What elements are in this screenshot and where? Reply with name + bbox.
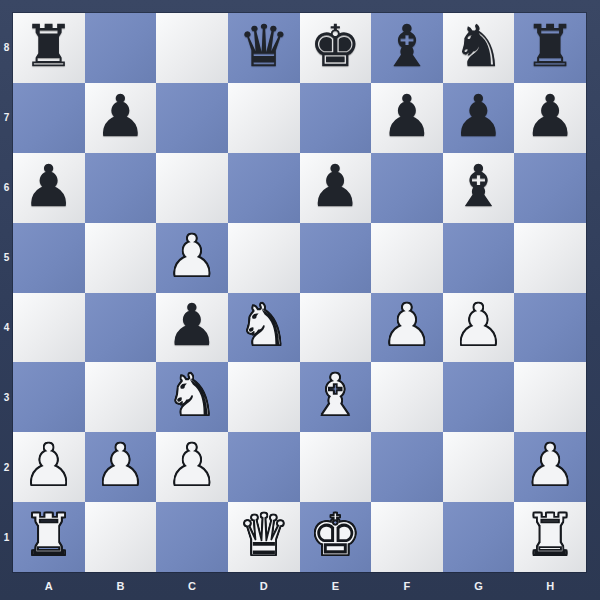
black-rook[interactable]: ♜ <box>524 17 576 75</box>
square-e2[interactable] <box>300 432 372 502</box>
black-pawn[interactable]: ♟ <box>94 87 146 145</box>
white-bishop[interactable]: ♝ <box>309 366 361 424</box>
square-a5[interactable] <box>13 223 85 293</box>
chess-board-frame: 87654321 ♜♛♚♝♞♜♟♟♟♟♟♟♝♟♟♞♟♟♞♝♟♟♟♟♜♛♚♜ AB… <box>0 0 600 600</box>
file-label-g: G <box>443 572 515 600</box>
white-rook[interactable]: ♜ <box>524 506 576 564</box>
file-labels: ABCDEFGH <box>13 572 586 600</box>
square-c3[interactable]: ♞ <box>156 362 228 432</box>
black-pawn[interactable]: ♟ <box>524 87 576 145</box>
square-d1[interactable]: ♛ <box>228 502 300 572</box>
square-h7[interactable]: ♟ <box>514 83 586 153</box>
white-queen[interactable]: ♛ <box>238 506 290 564</box>
file-label-b: B <box>85 572 157 600</box>
black-pawn[interactable]: ♟ <box>23 157 75 215</box>
square-g3[interactable] <box>443 362 515 432</box>
square-e4[interactable] <box>300 293 372 363</box>
square-g5[interactable] <box>443 223 515 293</box>
black-queen[interactable]: ♛ <box>238 17 290 75</box>
square-b1[interactable] <box>85 502 157 572</box>
square-f8[interactable]: ♝ <box>371 13 443 83</box>
white-pawn[interactable]: ♟ <box>23 436 75 494</box>
rank-label-8: 8 <box>0 13 13 83</box>
square-c2[interactable]: ♟ <box>156 432 228 502</box>
square-g1[interactable] <box>443 502 515 572</box>
square-f5[interactable] <box>371 223 443 293</box>
square-g8[interactable]: ♞ <box>443 13 515 83</box>
square-f1[interactable] <box>371 502 443 572</box>
square-h4[interactable] <box>514 293 586 363</box>
square-b7[interactable]: ♟ <box>85 83 157 153</box>
black-bishop[interactable]: ♝ <box>453 157 505 215</box>
white-pawn[interactable]: ♟ <box>94 436 146 494</box>
square-g7[interactable]: ♟ <box>443 83 515 153</box>
white-pawn[interactable]: ♟ <box>524 436 576 494</box>
square-h5[interactable] <box>514 223 586 293</box>
rank-label-1: 1 <box>0 502 13 572</box>
square-h8[interactable]: ♜ <box>514 13 586 83</box>
square-b6[interactable] <box>85 153 157 223</box>
square-a1[interactable]: ♜ <box>13 502 85 572</box>
square-a6[interactable]: ♟ <box>13 153 85 223</box>
rank-label-3: 3 <box>0 362 13 432</box>
square-h1[interactable]: ♜ <box>514 502 586 572</box>
square-e7[interactable] <box>300 83 372 153</box>
file-label-a: A <box>13 572 85 600</box>
square-d2[interactable] <box>228 432 300 502</box>
square-c7[interactable] <box>156 83 228 153</box>
square-c8[interactable] <box>156 13 228 83</box>
square-d3[interactable] <box>228 362 300 432</box>
square-a7[interactable] <box>13 83 85 153</box>
square-f6[interactable] <box>371 153 443 223</box>
square-g4[interactable]: ♟ <box>443 293 515 363</box>
white-pawn[interactable]: ♟ <box>166 436 218 494</box>
square-a8[interactable]: ♜ <box>13 13 85 83</box>
square-b2[interactable]: ♟ <box>85 432 157 502</box>
chess-board: ♜♛♚♝♞♜♟♟♟♟♟♟♝♟♟♞♟♟♞♝♟♟♟♟♜♛♚♜ <box>13 13 586 572</box>
black-bishop[interactable]: ♝ <box>381 17 433 75</box>
black-rook[interactable]: ♜ <box>23 17 75 75</box>
black-pawn[interactable]: ♟ <box>309 157 361 215</box>
rank-label-4: 4 <box>0 293 13 363</box>
white-pawn[interactable]: ♟ <box>166 227 218 285</box>
square-e6[interactable]: ♟ <box>300 153 372 223</box>
black-knight[interactable]: ♞ <box>453 17 505 75</box>
white-rook[interactable]: ♜ <box>23 506 75 564</box>
square-e5[interactable] <box>300 223 372 293</box>
square-c1[interactable] <box>156 502 228 572</box>
square-a4[interactable] <box>13 293 85 363</box>
square-d4[interactable]: ♞ <box>228 293 300 363</box>
white-knight[interactable]: ♞ <box>166 366 218 424</box>
square-c6[interactable] <box>156 153 228 223</box>
square-g6[interactable]: ♝ <box>443 153 515 223</box>
square-b5[interactable] <box>85 223 157 293</box>
square-b4[interactable] <box>85 293 157 363</box>
white-knight[interactable]: ♞ <box>238 296 290 354</box>
square-e8[interactable]: ♚ <box>300 13 372 83</box>
square-h6[interactable] <box>514 153 586 223</box>
square-d6[interactable] <box>228 153 300 223</box>
rank-labels: 87654321 <box>0 13 13 572</box>
white-pawn[interactable]: ♟ <box>453 296 505 354</box>
square-e1[interactable]: ♚ <box>300 502 372 572</box>
file-label-c: C <box>156 572 228 600</box>
file-label-f: F <box>371 572 443 600</box>
black-pawn[interactable]: ♟ <box>453 87 505 145</box>
file-label-e: E <box>300 572 372 600</box>
square-c4[interactable]: ♟ <box>156 293 228 363</box>
rank-label-7: 7 <box>0 83 13 153</box>
square-d5[interactable] <box>228 223 300 293</box>
square-f2[interactable] <box>371 432 443 502</box>
square-g2[interactable] <box>443 432 515 502</box>
square-b3[interactable] <box>85 362 157 432</box>
white-king[interactable]: ♚ <box>309 506 361 564</box>
square-b8[interactable] <box>85 13 157 83</box>
square-f7[interactable]: ♟ <box>371 83 443 153</box>
file-label-h: H <box>514 572 586 600</box>
black-pawn[interactable]: ♟ <box>166 296 218 354</box>
rank-label-2: 2 <box>0 432 13 502</box>
square-c5[interactable]: ♟ <box>156 223 228 293</box>
square-h2[interactable]: ♟ <box>514 432 586 502</box>
black-pawn[interactable]: ♟ <box>381 87 433 145</box>
square-a2[interactable]: ♟ <box>13 432 85 502</box>
square-h3[interactable] <box>514 362 586 432</box>
rank-label-6: 6 <box>0 153 13 223</box>
white-pawn[interactable]: ♟ <box>381 296 433 354</box>
square-f3[interactable] <box>371 362 443 432</box>
rank-label-5: 5 <box>0 223 13 293</box>
square-d7[interactable] <box>228 83 300 153</box>
square-e3[interactable]: ♝ <box>300 362 372 432</box>
square-a3[interactable] <box>13 362 85 432</box>
square-f4[interactable]: ♟ <box>371 293 443 363</box>
square-d8[interactable]: ♛ <box>228 13 300 83</box>
file-label-d: D <box>228 572 300 600</box>
black-king[interactable]: ♚ <box>309 17 361 75</box>
